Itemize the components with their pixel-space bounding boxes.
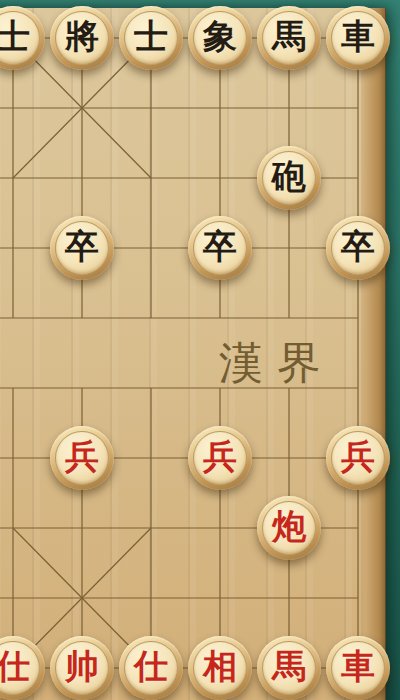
piece-red-cannon[interactable]: 炮 [257,496,321,560]
piece-character: 卒 [341,230,375,264]
piece-red-soldier[interactable]: 兵 [50,426,114,490]
piece-character: 炮 [272,510,306,544]
piece-character: 兵 [341,440,375,474]
piece-face: 將 [55,11,109,65]
piece-face: 馬 [262,11,316,65]
piece-face: 卒 [193,221,247,275]
piece-face: 士 [124,11,178,65]
piece-character: 帅 [65,650,99,684]
piece-face: 車 [331,11,385,65]
piece-red-chariot[interactable]: 車 [326,636,390,700]
piece-character: 兵 [203,440,237,474]
piece-character: 象 [203,20,237,54]
piece-character: 仕 [0,650,30,684]
piece-black-general[interactable]: 將 [50,6,114,70]
piece-character: 卒 [203,230,237,264]
piece-character: 將 [65,20,99,54]
piece-black-cannon[interactable]: 砲 [257,146,321,210]
piece-character: 士 [134,20,168,54]
piece-face: 馬 [262,641,316,695]
piece-black-soldier[interactable]: 卒 [188,216,252,280]
piece-face: 兵 [331,431,385,485]
piece-character: 卒 [65,230,99,264]
piece-black-soldier[interactable]: 卒 [50,216,114,280]
piece-face: 卒 [55,221,109,275]
piece-character: 車 [341,20,375,54]
piece-character: 士 [0,20,30,54]
xiangqi-board[interactable]: 漢界 士將士象馬車砲卒卒卒兵兵兵炮仕帅仕相馬車 [0,8,386,700]
piece-face: 兵 [55,431,109,485]
piece-character: 仕 [134,650,168,684]
piece-red-soldier[interactable]: 兵 [326,426,390,490]
piece-black-advisor[interactable]: 士 [119,6,183,70]
piece-red-soldier[interactable]: 兵 [188,426,252,490]
piece-face: 卒 [331,221,385,275]
piece-face: 仕 [124,641,178,695]
piece-character: 相 [203,650,237,684]
piece-character: 兵 [65,440,99,474]
piece-face: 士 [0,11,40,65]
piece-black-soldier[interactable]: 卒 [326,216,390,280]
piece-face: 仕 [0,641,40,695]
board-right-border [361,8,386,700]
piece-black-horse[interactable]: 馬 [257,6,321,70]
piece-face: 相 [193,641,247,695]
piece-character: 車 [341,650,375,684]
piece-face: 兵 [193,431,247,485]
piece-face: 象 [193,11,247,65]
piece-face: 帅 [55,641,109,695]
piece-face: 砲 [262,151,316,205]
piece-face: 炮 [262,501,316,555]
piece-character: 馬 [272,20,306,54]
piece-character: 馬 [272,650,306,684]
piece-face: 車 [331,641,385,695]
piece-red-general[interactable]: 帅 [50,636,114,700]
piece-red-horse[interactable]: 馬 [257,636,321,700]
game-scene: 漢界 士將士象馬車砲卒卒卒兵兵兵炮仕帅仕相馬車 [0,0,400,700]
piece-black-chariot[interactable]: 車 [326,6,390,70]
piece-red-elephant[interactable]: 相 [188,636,252,700]
piece-red-advisor[interactable]: 仕 [119,636,183,700]
river-label: 漢界 [198,334,342,390]
piece-black-elephant[interactable]: 象 [188,6,252,70]
piece-character: 砲 [272,160,306,194]
